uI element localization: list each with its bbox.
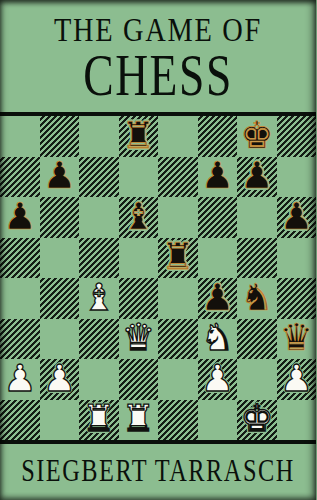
square-d4	[119, 278, 159, 319]
square-d6: ♝	[119, 197, 159, 238]
square-d5	[119, 238, 159, 279]
square-g1: ♚	[237, 400, 277, 441]
book-title-line2: CHESS	[38, 50, 278, 100]
square-h7	[277, 157, 317, 198]
square-b4	[40, 278, 80, 319]
square-g2	[237, 359, 277, 400]
black-pawn-f4: ♟	[201, 279, 234, 316]
square-f8	[198, 116, 238, 157]
square-a6: ♟	[0, 197, 40, 238]
square-f3: ♞	[198, 319, 238, 360]
square-c2	[79, 359, 119, 400]
white-knight-f3: ♞	[201, 319, 234, 356]
square-h4	[277, 278, 317, 319]
square-g8: ♚	[237, 116, 277, 157]
white-pawn-a2: ♟	[3, 360, 36, 397]
square-h3: ♛	[277, 319, 317, 360]
square-h8	[277, 116, 317, 157]
square-f2: ♟	[198, 359, 238, 400]
black-bishop-d6: ♝	[122, 198, 155, 235]
black-knight-g4: ♞	[240, 279, 273, 316]
chess-board: ♜♚♟♟♟♟♝♟♜♝♟♞♛♞♛♟♟♟♟♜♜♚	[0, 116, 316, 440]
black-queen-h3: ♛	[280, 319, 313, 356]
square-h6: ♟	[277, 197, 317, 238]
white-queen-d3: ♛	[122, 319, 155, 356]
square-e2	[158, 359, 198, 400]
black-pawn-h6: ♟	[280, 198, 313, 235]
square-e1	[158, 400, 198, 441]
square-d8: ♜	[119, 116, 159, 157]
white-king-g1: ♚	[240, 400, 273, 437]
square-a7	[0, 157, 40, 198]
black-rook-e5: ♜	[161, 238, 194, 275]
black-pawn-f7: ♟	[201, 157, 234, 194]
square-g4: ♞	[237, 278, 277, 319]
black-pawn-a6: ♟	[3, 198, 36, 235]
square-a4	[0, 278, 40, 319]
square-c7	[79, 157, 119, 198]
square-f1	[198, 400, 238, 441]
author-name: SIEGBERT TARRASCH	[21, 454, 295, 486]
square-a2: ♟	[0, 359, 40, 400]
square-f4: ♟	[198, 278, 238, 319]
square-g5	[237, 238, 277, 279]
square-f6	[198, 197, 238, 238]
square-a3	[0, 319, 40, 360]
square-f5	[198, 238, 238, 279]
square-h1	[277, 400, 317, 441]
white-rook-c1: ♜	[82, 400, 115, 437]
square-e5: ♜	[158, 238, 198, 279]
black-king-g8: ♚	[240, 117, 273, 154]
square-a5	[0, 238, 40, 279]
black-pawn-b7: ♟	[43, 157, 76, 194]
square-e4	[158, 278, 198, 319]
square-e7	[158, 157, 198, 198]
square-d2	[119, 359, 159, 400]
black-pawn-g7: ♟	[240, 157, 273, 194]
title-block: THE GAME OF CHESS	[0, 0, 316, 112]
square-c3	[79, 319, 119, 360]
square-b2: ♟	[40, 359, 80, 400]
square-d7	[119, 157, 159, 198]
square-c1: ♜	[79, 400, 119, 441]
book-cover: THE GAME OF CHESS ♜♚♟♟♟♟♝♟♜♝♟♞♛♞♛♟♟♟♟♜♜♚…	[0, 0, 316, 500]
square-c6	[79, 197, 119, 238]
square-b8	[40, 116, 80, 157]
square-b3	[40, 319, 80, 360]
square-c5	[79, 238, 119, 279]
square-f7: ♟	[198, 157, 238, 198]
white-bishop-c4: ♝	[82, 279, 115, 316]
square-g6	[237, 197, 277, 238]
square-g7: ♟	[237, 157, 277, 198]
square-c4: ♝	[79, 278, 119, 319]
square-b5	[40, 238, 80, 279]
square-b7: ♟	[40, 157, 80, 198]
square-e3	[158, 319, 198, 360]
square-g3	[237, 319, 277, 360]
square-b6	[40, 197, 80, 238]
square-a1	[0, 400, 40, 441]
white-pawn-h2: ♟	[280, 360, 313, 397]
square-e8	[158, 116, 198, 157]
square-e6	[158, 197, 198, 238]
white-pawn-f2: ♟	[201, 360, 234, 397]
square-d3: ♛	[119, 319, 159, 360]
black-rook-d8: ♜	[122, 117, 155, 154]
square-c8	[79, 116, 119, 157]
white-pawn-b2: ♟	[43, 360, 76, 397]
white-rook-d1: ♜	[122, 400, 155, 437]
square-h2: ♟	[277, 359, 317, 400]
square-d1: ♜	[119, 400, 159, 441]
square-b1	[40, 400, 80, 441]
author-block: SIEGBERT TARRASCH	[0, 444, 316, 500]
square-h5	[277, 238, 317, 279]
square-a8	[0, 116, 40, 157]
